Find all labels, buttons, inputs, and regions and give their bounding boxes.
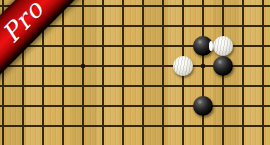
black-stone: ●	[213, 56, 233, 76]
go-app-window: ●○○●● Pro	[0, 0, 270, 145]
black-stone: ●	[193, 96, 213, 116]
grid-line-vertical	[202, 0, 204, 145]
grid-line-vertical	[62, 0, 64, 145]
grid-line-vertical	[122, 0, 124, 145]
white-stone: ○	[173, 56, 193, 76]
grid-line-vertical	[82, 0, 84, 145]
star-point	[201, 64, 205, 68]
grid-line-vertical	[142, 0, 144, 145]
grid-line-horizontal	[0, 125, 270, 127]
black-stone: ●	[193, 36, 213, 56]
grid-line-vertical	[242, 0, 244, 145]
grid-line-vertical	[162, 0, 164, 145]
grid-line-vertical	[262, 0, 264, 145]
white-stone: ○	[213, 36, 233, 56]
grid-line-horizontal	[0, 105, 270, 107]
grid-line-vertical	[102, 0, 104, 145]
star-point	[81, 64, 85, 68]
grid-line-horizontal	[0, 85, 270, 87]
